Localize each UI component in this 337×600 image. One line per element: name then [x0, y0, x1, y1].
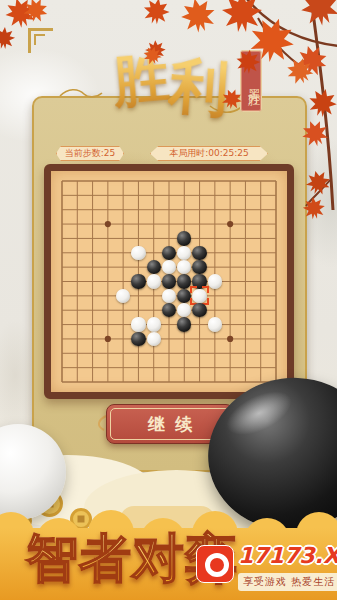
- gold-corner-frame: [28, 28, 53, 53]
- stone-white: [177, 303, 191, 317]
- stone-white: [147, 317, 161, 331]
- stone-black: [192, 303, 206, 317]
- stone-black: [177, 231, 191, 245]
- stone-white: [192, 289, 206, 303]
- watermark-slogan: 享受游戏 热爱生活: [238, 573, 337, 591]
- stone-black: [131, 274, 145, 288]
- stones-layer: [62, 181, 276, 382]
- stone-white: [116, 289, 130, 303]
- victory-title-char: 利: [167, 55, 231, 119]
- stone-black: [147, 260, 161, 274]
- stone-black: [162, 246, 176, 260]
- stone-black: [177, 317, 191, 331]
- steps-ribbon: 当前步数:25: [56, 146, 124, 161]
- winner-banner: 黑方胜: [240, 50, 262, 112]
- stone-white: [147, 274, 161, 288]
- gomoku-board: [44, 164, 294, 399]
- stone-white: [208, 317, 222, 331]
- page-root: 胜利 黑方胜 当前步数:25 本局用时:00:25:25 继续 智者对弈 171…: [0, 0, 337, 600]
- victory-title-char: 胜: [111, 49, 172, 110]
- stone-white: [162, 260, 176, 274]
- victory-title: 胜利: [96, 48, 246, 108]
- stone-white: [208, 274, 222, 288]
- time-ribbon: 本局用时:00:25:25: [150, 146, 268, 161]
- stone-black: [131, 332, 145, 346]
- stone-black: [162, 303, 176, 317]
- watermark-logo-icon: [196, 545, 234, 583]
- stone-white: [162, 289, 176, 303]
- stone-white: [131, 317, 145, 331]
- stone-white: [177, 260, 191, 274]
- stone-white: [131, 246, 145, 260]
- stone-white: [147, 332, 161, 346]
- stone-black: [162, 274, 176, 288]
- watermark-site-text: 17173.XZ: [238, 543, 337, 568]
- stone-white: [177, 246, 191, 260]
- stone-black: [192, 260, 206, 274]
- stone-black: [192, 246, 206, 260]
